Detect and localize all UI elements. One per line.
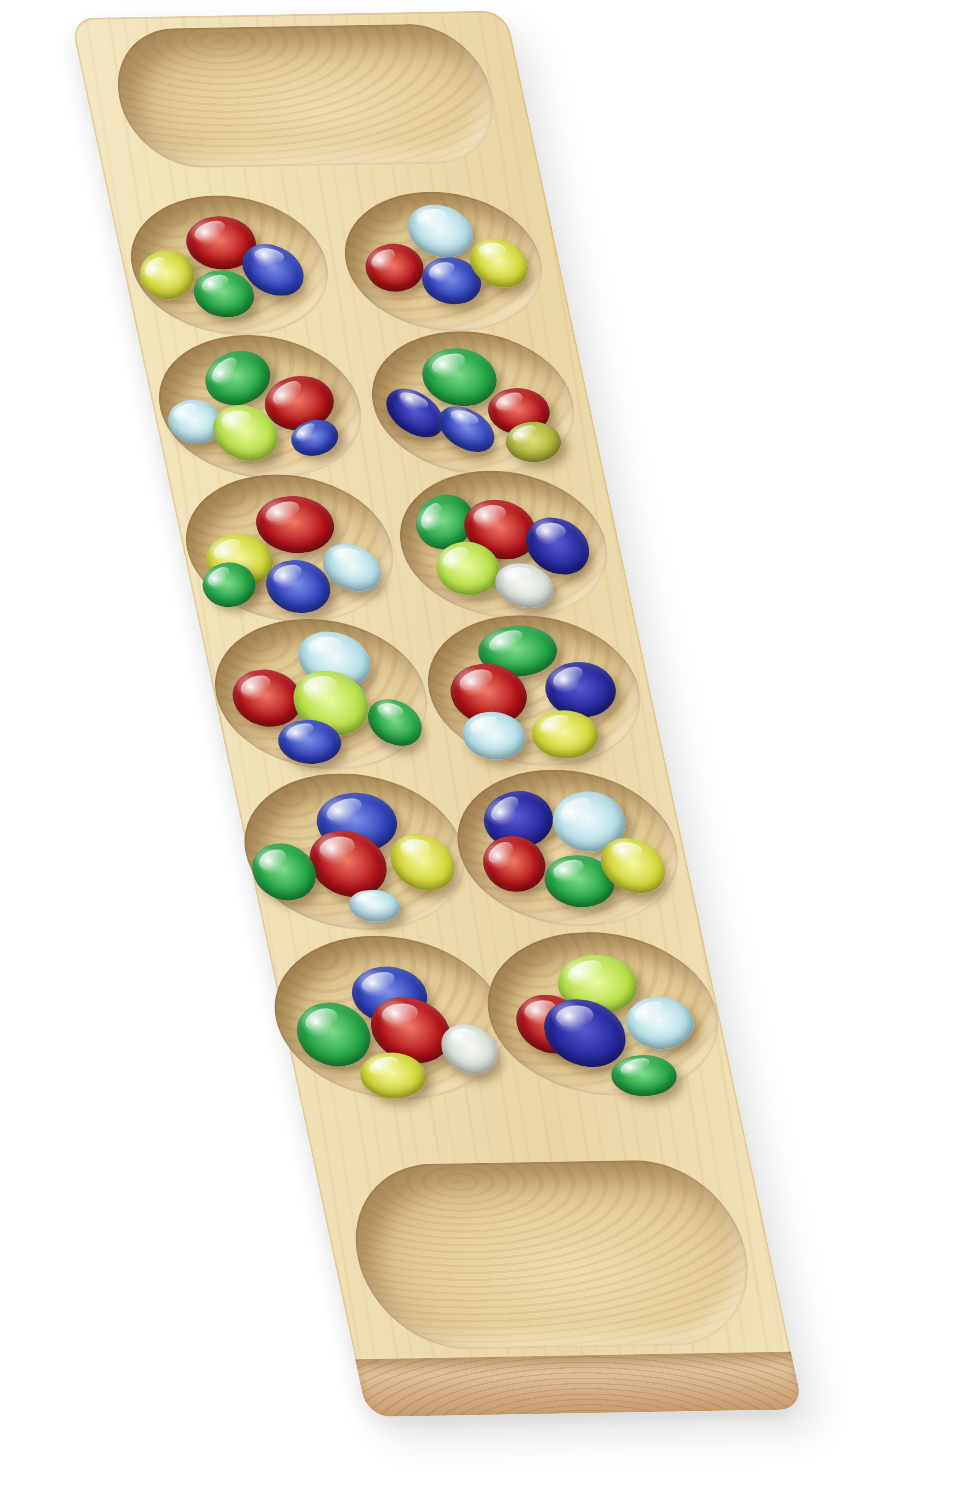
pit-R6[interactable] [472, 930, 735, 1097]
gem-green [365, 692, 425, 753]
pit-R5[interactable] [442, 767, 693, 927]
pit-R3[interactable] [385, 469, 621, 620]
gem-clear [441, 1020, 499, 1078]
mancala-board [70, 10, 803, 1417]
pit-R2[interactable] [358, 330, 588, 477]
pit-L1[interactable] [117, 194, 342, 337]
photo-stage [0, 0, 953, 1500]
pit-L5[interactable] [229, 771, 480, 931]
gem-lightblue [405, 202, 477, 259]
board-end-grain [355, 1352, 803, 1417]
pit-L3[interactable] [172, 473, 408, 624]
gem-lightblue [346, 889, 403, 922]
gem-yellow [389, 830, 456, 896]
pit-L2[interactable] [145, 333, 375, 480]
bottom-store [338, 1159, 765, 1351]
pit-R4[interactable] [413, 613, 655, 767]
pit-R1[interactable] [331, 190, 556, 333]
pit-L6[interactable] [258, 934, 521, 1101]
pit-L4[interactable] [200, 617, 442, 771]
top-store [105, 23, 507, 169]
